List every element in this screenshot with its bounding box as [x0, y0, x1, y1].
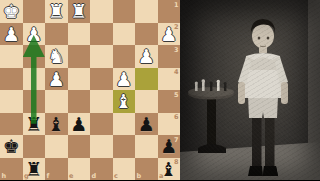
- square-f2[interactable]: [45, 23, 68, 46]
- square-b8[interactable]: b: [135, 158, 158, 181]
- white-rook-f1: ♜: [45, 0, 68, 23]
- square-d4[interactable]: [90, 68, 113, 91]
- white-pawn-b3: ♟: [135, 45, 158, 68]
- square-d5[interactable]: [90, 90, 113, 113]
- white-bishop-c5: ♝: [113, 90, 136, 113]
- file-label-a: a: [159, 172, 163, 180]
- square-d3[interactable]: [90, 45, 113, 68]
- chess-board-area: ♚♜♜1♟♟2♟♞♟3♟♟4♝5♜♝♟♟6♚7♟hg♜fedcba8♝: [0, 0, 180, 180]
- square-e8[interactable]: e: [68, 158, 91, 181]
- square-g7[interactable]: [23, 135, 46, 158]
- square-f7[interactable]: [45, 135, 68, 158]
- square-h1[interactable]: ♚: [0, 0, 23, 23]
- boots: [248, 166, 263, 176]
- square-h3[interactable]: [0, 45, 23, 68]
- square-c3[interactable]: [113, 45, 136, 68]
- square-a6[interactable]: 6: [158, 113, 181, 136]
- thumbnail: ♚♜♜1♟♟2♟♞♟3♟♟4♝5♜♝♟♟6♚7♟hg♜fedcba8♝: [0, 0, 320, 180]
- white-pawn-h2: ♟: [0, 23, 23, 46]
- square-h6[interactable]: [0, 113, 23, 136]
- square-d2[interactable]: [90, 23, 113, 46]
- rank-label-2: 2: [174, 23, 179, 31]
- white-pawn-f4: ♟: [45, 68, 68, 91]
- white-pawn-a2: ♟: [158, 23, 181, 46]
- square-e6[interactable]: ♟: [68, 113, 91, 136]
- white-rook-e1: ♜: [68, 0, 91, 23]
- rank-label-7: 7: [174, 136, 179, 144]
- square-c7[interactable]: [113, 135, 136, 158]
- square-c6[interactable]: [113, 113, 136, 136]
- square-f4[interactable]: ♟: [45, 68, 68, 91]
- square-c1[interactable]: [113, 0, 136, 23]
- file-label-h: h: [2, 172, 7, 180]
- square-f5[interactable]: [45, 90, 68, 113]
- square-h2[interactable]: ♟: [0, 23, 23, 46]
- square-b5[interactable]: [135, 90, 158, 113]
- chess-board[interactable]: ♚♜♜1♟♟2♟♞♟3♟♟4♝5♜♝♟♟6♚7♟hg♜fedcba8♝: [0, 0, 180, 180]
- square-a3[interactable]: 3: [158, 45, 181, 68]
- black-bishop-f6: ♝: [45, 113, 68, 136]
- square-f8[interactable]: f: [45, 158, 68, 181]
- black-pawn-e6: ♟: [68, 113, 91, 136]
- file-label-f: f: [47, 172, 50, 180]
- square-g3[interactable]: [23, 45, 46, 68]
- square-f1[interactable]: ♜: [45, 0, 68, 23]
- square-f3[interactable]: ♞: [45, 45, 68, 68]
- rank-label-6: 6: [174, 113, 179, 121]
- square-a4[interactable]: 4: [158, 68, 181, 91]
- square-e4[interactable]: [68, 68, 91, 91]
- square-c5[interactable]: ♝: [113, 90, 136, 113]
- square-a5[interactable]: 5: [158, 90, 181, 113]
- black-pawn-b6: ♟: [135, 113, 158, 136]
- square-c4[interactable]: ♟: [113, 68, 136, 91]
- player-photo-art: [180, 0, 320, 180]
- square-e5[interactable]: [68, 90, 91, 113]
- square-a7[interactable]: 7♟: [158, 135, 181, 158]
- rank-label-1: 1: [174, 1, 179, 9]
- square-d6[interactable]: [90, 113, 113, 136]
- rank-label-5: 5: [174, 91, 179, 99]
- rank-label-3: 3: [174, 46, 179, 54]
- square-d7[interactable]: [90, 135, 113, 158]
- file-label-g: g: [24, 172, 29, 180]
- rank-label-8: 8: [174, 158, 179, 166]
- square-d8[interactable]: d: [90, 158, 113, 181]
- square-c8[interactable]: c: [113, 158, 136, 181]
- square-b6[interactable]: ♟: [135, 113, 158, 136]
- file-label-d: d: [92, 172, 97, 180]
- white-king-h1: ♚: [0, 0, 23, 23]
- black-rook-g8: ♜: [23, 158, 46, 181]
- square-d1[interactable]: [90, 0, 113, 23]
- square-a1[interactable]: 1: [158, 0, 181, 23]
- square-b4[interactable]: [135, 68, 158, 91]
- square-b2[interactable]: [135, 23, 158, 46]
- square-e3[interactable]: [68, 45, 91, 68]
- square-e1[interactable]: ♜: [68, 0, 91, 23]
- square-e7[interactable]: [68, 135, 91, 158]
- black-king-h7: ♚: [0, 135, 23, 158]
- square-h8[interactable]: h: [0, 158, 23, 181]
- white-pawn-c4: ♟: [113, 68, 136, 91]
- rank-label-4: 4: [174, 68, 179, 76]
- square-h7[interactable]: ♚: [0, 135, 23, 158]
- black-pawn-a7: ♟: [158, 135, 181, 158]
- square-g8[interactable]: g♜: [23, 158, 46, 181]
- square-a8[interactable]: a8♝: [158, 158, 181, 181]
- square-g4[interactable]: [23, 68, 46, 91]
- square-b7[interactable]: [135, 135, 158, 158]
- square-h4[interactable]: [0, 68, 23, 91]
- black-rook-g6: ♜: [23, 113, 46, 136]
- square-b3[interactable]: ♟: [135, 45, 158, 68]
- file-label-e: e: [69, 172, 73, 180]
- square-h5[interactable]: [0, 90, 23, 113]
- square-g6[interactable]: ♜: [23, 113, 46, 136]
- square-f6[interactable]: ♝: [45, 113, 68, 136]
- square-a2[interactable]: 2♟: [158, 23, 181, 46]
- file-label-b: b: [137, 172, 142, 180]
- player-photo: [180, 0, 320, 180]
- white-pawn-g2: ♟: [23, 23, 46, 46]
- square-g1[interactable]: [23, 0, 46, 23]
- square-b1[interactable]: [135, 0, 158, 23]
- square-g2[interactable]: ♟: [23, 23, 46, 46]
- boy-face: [252, 24, 274, 49]
- square-e2[interactable]: [68, 23, 91, 46]
- white-knight-f3: ♞: [45, 45, 68, 68]
- square-g5[interactable]: [23, 90, 46, 113]
- square-c2[interactable]: [113, 23, 136, 46]
- black-bishop-a8: ♝: [158, 158, 181, 181]
- file-label-c: c: [114, 172, 118, 180]
